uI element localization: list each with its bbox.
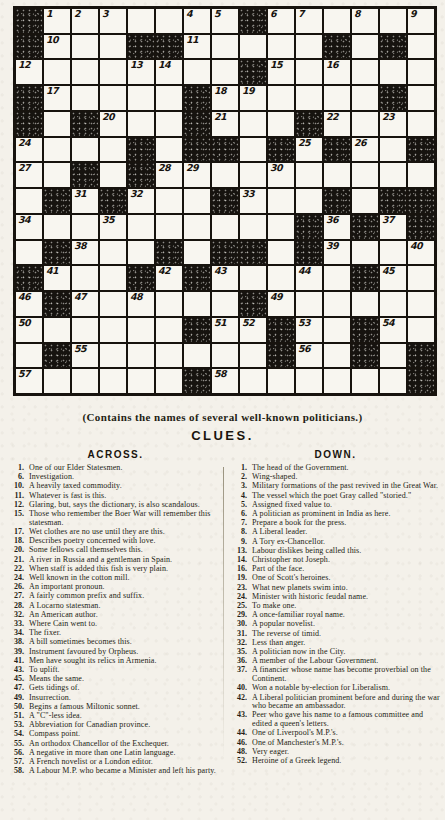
clue-number: 32 [130,188,142,199]
cell-r1c12[interactable] [324,9,350,33]
down-clues-column: DOWN. 1.The head of the Government.2.Win… [224,449,440,776]
cell-r13c2[interactable] [44,318,70,342]
clue-number: 53 [298,317,310,328]
cell-r14c7[interactable] [184,344,210,368]
clue-text: A popular novelist. [252,620,315,629]
clue-number: 35 [102,214,114,225]
cell-r10c5[interactable] [128,241,154,265]
cell-r12c6[interactable] [156,292,182,316]
cell-r3c2[interactable] [44,60,70,84]
cell-r2c11[interactable] [296,35,322,59]
down-clue-8: 8.A Liberal leader. [231,528,440,537]
cell-r10c14[interactable] [380,241,406,265]
clue-number-label: 8. [231,528,247,537]
across-clue-15: 15.Those who remember the Boer War will … [8,510,223,527]
black-cell-r4c1 [16,86,42,110]
black-cell-r14c13 [352,344,378,368]
cell-r5c9[interactable] [240,112,266,136]
cell-r1c13[interactable]: 8 [352,9,378,33]
black-cell-r13c7 [184,318,210,342]
cell-r6c9[interactable] [240,138,266,162]
cell-r8c13[interactable] [352,189,378,213]
clue-number-label: 40. [231,684,247,693]
cell-r5c10[interactable] [268,112,294,136]
cell-r8c1[interactable] [16,189,42,213]
down-clue-42: 42.A Liberal politician prominent before… [231,694,440,711]
cell-r3c6[interactable]: 14 [156,60,182,84]
clue-number: 51 [214,317,226,328]
cell-r12c15[interactable] [408,292,434,316]
cell-r2c15[interactable] [408,35,434,59]
clue-number: 13 [130,59,142,70]
cell-r13c6[interactable] [156,318,182,342]
clue-number: 57 [18,368,30,379]
cell-r10c10[interactable] [268,241,294,265]
cell-r15c12[interactable] [324,369,350,393]
clue-number: 48 [130,291,142,302]
cell-r9c3[interactable] [72,215,98,239]
cell-r3c5[interactable]: 13 [128,60,154,84]
clue-number-label: 11. [8,492,24,501]
black-cell-r10c9 [240,241,266,265]
black-cell-r5c3 [72,112,98,136]
black-cell-r11c13 [352,266,378,290]
clue-number: 56 [298,343,310,354]
across-clue-21: 21.A river in Russia and a gentleman in … [8,556,223,565]
cell-r4c10[interactable] [268,86,294,110]
cell-r5c4[interactable]: 20 [100,112,126,136]
cell-r13c4[interactable] [100,318,126,342]
cell-r13c9[interactable]: 52 [240,318,266,342]
cell-r1c6[interactable] [156,9,182,33]
clue-number-label: 52. [231,757,247,766]
black-cell-r1c9 [240,9,266,33]
cell-r7c9[interactable] [240,163,266,187]
black-cell-r4c7 [184,86,210,110]
clue-number: 16 [326,59,338,70]
across-clue-list: 1.One of our Elder Statesmen.6.Investiga… [8,464,223,776]
clue-number-label: 10. [8,482,24,491]
cell-r5c13[interactable] [352,112,378,136]
cell-r11c11[interactable]: 44 [296,266,322,290]
cell-r4c12[interactable] [324,86,350,110]
black-cell-r14c10 [268,344,294,368]
down-heading: DOWN. [231,449,440,460]
cell-r6c14[interactable] [380,138,406,162]
cell-r3c3[interactable] [72,60,98,84]
cell-r2c8[interactable] [212,35,238,59]
cell-r15c3[interactable] [72,369,98,393]
down-clue-37: 37.A financier whose name has become pro… [231,666,440,683]
clue-text: One of Liverpool's M.P.'s. [252,729,338,738]
cell-r2c2[interactable]: 10 [44,35,70,59]
black-cell-r10c11 [296,241,322,265]
cell-r1c2[interactable]: 1 [44,9,70,33]
cell-r7c10[interactable]: 30 [268,163,294,187]
clue-number: 18 [214,85,226,96]
cell-r4c4[interactable] [100,86,126,110]
cell-r15c1[interactable]: 57 [16,369,42,393]
cell-r4c6[interactable] [156,86,182,110]
cell-r4c13[interactable] [352,86,378,110]
cell-r4c3[interactable] [72,86,98,110]
clue-number: 58 [214,368,226,379]
cell-r9c12[interactable]: 36 [324,215,350,239]
cell-r15c5[interactable] [128,369,154,393]
cell-r3c1[interactable]: 12 [16,60,42,84]
clue-number: 23 [382,111,394,122]
clue-number: 52 [242,317,254,328]
cell-r12c12[interactable] [324,292,350,316]
cell-r9c10[interactable] [268,215,294,239]
cell-r3c8[interactable] [212,60,238,84]
cell-r14c4[interactable] [100,344,126,368]
cell-r10c12[interactable]: 39 [324,241,350,265]
cell-r12c10[interactable]: 49 [268,292,294,316]
cell-r13c15[interactable] [408,318,434,342]
clue-number: 7 [298,8,304,19]
cell-r1c11[interactable]: 7 [296,9,322,33]
cell-r14c6[interactable] [156,344,182,368]
cell-r6c3[interactable] [72,138,98,162]
across-clue-10: 10.A heavily taxed commodity. [8,482,223,491]
black-cell-r14c2 [44,344,70,368]
cell-r6c2[interactable] [44,138,70,162]
cell-r11c6[interactable]: 42 [156,266,182,290]
cell-r9c5[interactable] [128,215,154,239]
cell-r7c11[interactable] [296,163,322,187]
cell-r1c15[interactable]: 9 [408,9,434,33]
down-clue-44: 44.One of Liverpool's M.P.'s. [231,729,440,738]
cell-r3c15[interactable] [408,60,434,84]
clue-number-label: 3. [231,482,247,491]
black-cell-r8c15 [408,189,434,213]
black-cell-r12c2 [44,292,70,316]
cell-r15c14[interactable] [380,369,406,393]
clue-text: A Locarno statesman. [29,602,101,611]
cell-r11c15[interactable] [408,266,434,290]
cell-r10c7[interactable] [184,241,210,265]
clue-text: A Liberal politician prominent before an… [252,694,440,711]
cell-r7c2[interactable] [44,163,70,187]
clue-text: Gets tidings of. [29,684,80,693]
cell-r8c7[interactable] [184,189,210,213]
clue-number: 11 [186,34,198,45]
clue-number: 33 [242,188,254,199]
cell-r1c14[interactable] [380,9,406,33]
cell-r5c2[interactable] [44,112,70,136]
black-cell-r6c10 [268,138,294,162]
cell-r2c7[interactable]: 11 [184,35,210,59]
clue-text: One of Manchester's M.P.'s. [252,739,344,748]
clue-number-label: 55. [8,740,24,749]
cell-r1c5[interactable] [128,9,154,33]
cell-r12c7[interactable] [184,292,210,316]
clue-text: Insurrection. [29,694,71,703]
clue-text: Those who remember the Boer War will rem… [29,510,223,527]
cell-r3c14[interactable] [380,60,406,84]
cell-r7c8[interactable] [212,163,238,187]
cell-r9c1[interactable]: 34 [16,215,42,239]
cell-r7c7[interactable]: 29 [184,163,210,187]
cell-r2c3[interactable] [72,35,98,59]
black-cell-r6c8 [212,138,238,162]
clue-text: Heroine of a Greek legend. [252,757,341,766]
cell-r15c11[interactable] [296,369,322,393]
clue-number-label: 4. [231,492,247,501]
cell-r13c12[interactable] [324,318,350,342]
clue-text: A bill sometimes becomes this. [29,638,132,647]
black-cell-r1c1 [16,9,42,33]
clue-text: A river in Russia and a gentleman in Spa… [29,556,172,565]
cell-r11c12[interactable] [324,266,350,290]
clue-number: 15 [270,59,282,70]
cell-r1c3[interactable]: 2 [72,9,98,33]
cell-r15c2[interactable] [44,369,70,393]
clue-number: 21 [214,111,226,122]
cell-r8c5[interactable]: 32 [128,189,154,213]
cell-r7c12[interactable] [324,163,350,187]
clue-number-label: 43. [231,711,247,720]
cell-r10c3[interactable]: 38 [72,241,98,265]
cell-r11c2[interactable]: 41 [44,266,70,290]
cell-r3c10[interactable]: 15 [268,60,294,84]
black-cell-r8c8 [212,189,238,213]
down-clue-19: 19.One of Scott's heroines. [231,574,440,583]
cell-r13c11[interactable]: 53 [296,318,322,342]
cell-r9c7[interactable] [184,215,210,239]
cell-r3c4[interactable] [100,60,126,84]
cell-r4c8[interactable]: 18 [212,86,238,110]
cell-r6c6[interactable] [156,138,182,162]
clue-number: 30 [270,162,282,173]
cell-r7c4[interactable] [100,163,126,187]
clue-number: 17 [46,85,58,96]
black-cell-r8c12 [324,189,350,213]
clue-number-label: 44. [231,729,247,738]
clue-number: 55 [74,343,86,354]
black-cell-r10c2 [44,241,70,265]
clue-number: 38 [74,240,86,251]
cell-r2c13[interactable] [352,35,378,59]
clue-number: 1 [46,8,52,19]
cell-r13c8[interactable]: 51 [212,318,238,342]
cell-r7c6[interactable]: 28 [156,163,182,187]
cell-r11c8[interactable]: 43 [212,266,238,290]
cell-r13c14[interactable]: 54 [380,318,406,342]
cell-r7c14[interactable] [380,163,406,187]
clue-number: 24 [18,137,30,148]
cell-r14c9[interactable] [240,344,266,368]
cell-r15c4[interactable] [100,369,126,393]
cell-r7c1[interactable]: 27 [16,163,42,187]
clue-number: 47 [74,291,86,302]
cell-r5c15[interactable] [408,112,434,136]
cell-r14c1[interactable] [16,344,42,368]
clue-number: 4 [186,8,192,19]
cell-r8c6[interactable] [156,189,182,213]
black-cell-r11c7 [184,266,210,290]
newspaper-crossword-page: { "game": "crossword", "note": "(Contain… [0,0,445,820]
cell-r5c6[interactable] [156,112,182,136]
cell-r6c11[interactable]: 25 [296,138,322,162]
cell-r9c14[interactable]: 37 [380,215,406,239]
clue-text: An orthodox Chancellor of the Exchequer. [29,740,169,749]
cell-r9c6[interactable] [156,215,182,239]
cell-r11c4[interactable] [100,266,126,290]
black-cell-r2c5 [128,35,154,59]
cell-r7c15[interactable] [408,163,434,187]
across-clue-20: 20.Some fellows call themselves this. [8,546,223,555]
across-clue-58: 58.A Labour M.P. who became a Minister a… [8,767,223,776]
cell-r12c5[interactable]: 48 [128,292,154,316]
cell-r11c3[interactable] [72,266,98,290]
cell-r2c4[interactable] [100,35,126,59]
black-cell-r7c3 [72,163,98,187]
cell-r14c11[interactable]: 56 [296,344,322,368]
cell-r9c2[interactable] [44,215,70,239]
down-clue-40: 40.Won a notable by-election for Liberal… [231,684,440,693]
cell-r12c13[interactable] [352,292,378,316]
cell-r13c3[interactable] [72,318,98,342]
cell-r12c8[interactable] [212,292,238,316]
clue-number-label: 47. [8,684,24,693]
black-cell-r2c6 [156,35,182,59]
clue-number: 36 [326,214,338,225]
cell-r9c9[interactable] [240,215,266,239]
cell-r7c13[interactable] [352,163,378,187]
cell-r6c13[interactable]: 26 [352,138,378,162]
cell-r9c4[interactable]: 35 [100,215,126,239]
cell-r13c1[interactable]: 50 [16,318,42,342]
cell-r5c5[interactable] [128,112,154,136]
cell-r6c4[interactable] [100,138,126,162]
across-clue-55: 55.An orthodox Chancellor of the Exchequ… [8,740,223,749]
clue-number-label: 37. [231,666,247,675]
cell-r8c11[interactable] [296,189,322,213]
cell-r8c9[interactable]: 33 [240,189,266,213]
cell-r13c5[interactable] [128,318,154,342]
cell-r1c10[interactable]: 6 [268,9,294,33]
across-clue-38: 38.A bill sometimes becomes this. [8,638,223,647]
cell-r8c3[interactable]: 31 [72,189,98,213]
clue-number-label: 15. [8,510,24,519]
cell-r10c15[interactable]: 40 [408,241,434,265]
cell-r4c11[interactable] [296,86,322,110]
cell-r2c10[interactable] [268,35,294,59]
clue-text: The vessel which the poet Gray called "s… [252,492,411,501]
cell-r5c14[interactable]: 23 [380,112,406,136]
clue-number: 44 [298,265,310,276]
clue-text: Military formations of the past revived … [252,482,438,491]
cell-r12c4[interactable] [100,292,126,316]
cell-r10c4[interactable] [100,241,126,265]
black-cell-r14c15 [408,344,434,368]
cell-r14c8[interactable] [212,344,238,368]
cell-r4c9[interactable]: 19 [240,86,266,110]
cell-r9c8[interactable] [212,215,238,239]
black-cell-r15c7 [184,369,210,393]
clue-number: 27 [18,162,30,173]
cell-r4c15[interactable] [408,86,434,110]
black-cell-r5c7 [184,112,210,136]
cell-r10c13[interactable] [352,241,378,265]
clue-text: Compass point. [29,730,80,739]
clue-number: 50 [18,317,30,328]
clue-number: 19 [242,85,254,96]
cell-r11c14[interactable]: 45 [380,266,406,290]
clue-number: 49 [270,291,282,302]
cell-r10c1[interactable] [16,241,42,265]
cell-r15c6[interactable] [156,369,182,393]
clue-number-label: 49. [8,694,24,703]
clue-number: 14 [158,59,170,70]
cell-r4c5[interactable] [128,86,154,110]
cell-r1c8[interactable]: 5 [212,9,238,33]
cell-r2c9[interactable] [240,35,266,59]
clue-number: 42 [158,265,170,276]
cell-r12c11[interactable] [296,292,322,316]
clue-number: 5 [214,8,220,19]
clue-number: 41 [46,265,58,276]
clue-text: A fairly common prefix and suffix. [29,592,144,601]
cell-r3c11[interactable] [296,60,322,84]
cell-r8c10[interactable] [268,189,294,213]
cell-r14c12[interactable] [324,344,350,368]
cell-r15c10[interactable] [268,369,294,393]
cell-r1c7[interactable]: 4 [184,9,210,33]
black-cell-r9c13 [352,215,378,239]
cell-r5c8[interactable]: 21 [212,112,238,136]
cell-r12c14[interactable] [380,292,406,316]
black-cell-r2c12 [324,35,350,59]
cell-r4c2[interactable]: 17 [44,86,70,110]
clue-number-label: 54. [8,730,24,739]
clues-heading: CLUES. [0,428,445,443]
clue-number-label: 46. [231,739,247,748]
clue-number: 22 [326,111,338,122]
cell-r11c10[interactable] [268,266,294,290]
clue-number: 6 [270,8,276,19]
cell-r3c12[interactable]: 16 [324,60,350,84]
clue-number: 28 [158,162,170,173]
clue-number: 29 [186,162,198,173]
cell-r3c13[interactable] [352,60,378,84]
clue-text: Some fellows call themselves this. [29,546,143,555]
cell-r12c1[interactable]: 46 [16,292,42,316]
clue-number: 9 [410,8,416,19]
clue-number-label: 30. [231,620,247,629]
clue-number-label: 21. [8,556,24,565]
cell-r15c9[interactable] [240,369,266,393]
cell-r15c8[interactable]: 58 [212,369,238,393]
cell-r12c3[interactable]: 47 [72,292,98,316]
cell-r15c13[interactable] [352,369,378,393]
cell-r3c7[interactable] [184,60,210,84]
black-cell-r13c10 [268,318,294,342]
cell-r11c9[interactable] [240,266,266,290]
cell-r14c5[interactable] [128,344,154,368]
cell-r14c3[interactable]: 55 [72,344,98,368]
cell-r14c14[interactable] [380,344,406,368]
clue-number: 2 [74,8,80,19]
black-cell-r5c11 [296,112,322,136]
puzzle-note: (Contains the names of several well-know… [0,411,445,423]
across-clue-49: 49.Insurrection. [8,694,223,703]
cell-r1c4[interactable]: 3 [100,9,126,33]
cell-r5c12[interactable]: 22 [324,112,350,136]
cell-r6c1[interactable]: 24 [16,138,42,162]
